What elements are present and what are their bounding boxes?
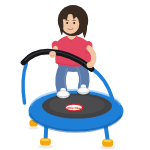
left-eye (66, 22, 68, 24)
trampoline-scene: little tikes (0, 0, 150, 150)
front-left-foot-highlight (41, 139, 49, 141)
front-right-foot-highlight (104, 140, 112, 142)
shadow-rear-foot (28, 127, 38, 130)
head (58, 5, 88, 38)
brand-logo: little tikes (65, 104, 83, 111)
jeans-left-leg (61, 66, 65, 91)
brand-logo-text: little tikes (67, 107, 82, 110)
trampoline-body: little tikes (29, 90, 124, 132)
product-photo: little tikes (0, 0, 150, 150)
right-eye (73, 22, 75, 24)
